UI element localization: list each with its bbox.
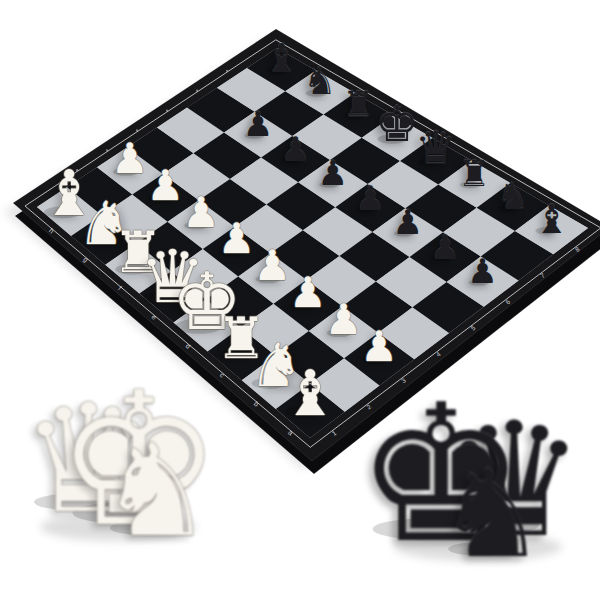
piece-black-rook-c8-shadow — [460, 182, 482, 189]
chess-set-photo: hgfedcba12345678 ♝♞♜♚♛♜♞♝♟♟♟♟♟♟♟♟♟♟♟♟♟♟♟… — [0, 0, 600, 600]
piece-white-pawn-c3-shadow — [291, 302, 316, 310]
piece-white-pawn-b3-shadow — [327, 329, 352, 337]
piece-white-pawn-a3-shadow — [362, 356, 387, 364]
piece-black-pawn-d6-shadow — [357, 206, 377, 212]
piece-black-queen-offboard-shadow — [457, 516, 539, 533]
piece-black-knight-offboard-shadow — [448, 542, 511, 555]
piece-white-pawn-d3-shadow — [255, 275, 280, 283]
chess-board: hgfedcba12345678 — [0, 0, 600, 600]
piece-white-pawn-g3-shadow — [149, 195, 174, 203]
piece-black-king-e8-shadow — [377, 134, 406, 143]
far-edge-mark — [76, 169, 78, 171]
piece-black-pawn-c6-shadow — [394, 230, 414, 236]
piece-white-king-offboard-shadow — [72, 503, 168, 523]
piece-white-rook-c1-shadow — [219, 349, 253, 360]
piece-black-pawn-g6-shadow — [245, 132, 265, 138]
piece-white-pawn-f3-shadow — [184, 222, 209, 230]
piece-white-bishop-a1-shadow — [285, 406, 323, 418]
piece-white-pawn-h3-shadow — [113, 168, 138, 176]
piece-black-rook-f8-shadow — [344, 113, 366, 120]
piece-black-knight-g8-shadow — [305, 90, 327, 97]
far-edge-mark — [106, 149, 108, 151]
piece-black-pawn-b6-shadow — [431, 255, 451, 261]
far-edge-mark — [196, 90, 198, 92]
piece-black-pawn-e6-shadow — [319, 181, 339, 187]
piece-white-pawn-e3-shadow — [220, 248, 245, 256]
piece-white-king-d1-shadow — [175, 319, 222, 334]
piece-black-pawn-a6-shadow — [469, 279, 489, 285]
piece-white-knight-g1-shadow — [80, 235, 116, 246]
piece-black-queen-d8-shadow — [417, 158, 445, 167]
piece-black-pawn-f6-shadow — [282, 157, 302, 163]
piece-white-rook-f1-shadow — [115, 264, 149, 275]
far-edge-mark — [226, 70, 228, 72]
piece-black-bishop-a8-shadow — [535, 227, 559, 235]
piece-black-bishop-h8-shadow — [265, 67, 289, 75]
far-edge-mark — [136, 129, 138, 131]
piece-white-knight-offboard-shadow — [110, 521, 177, 535]
far-edge-mark — [166, 110, 168, 112]
piece-black-king-offboard-shadow — [373, 519, 472, 540]
piece-white-bishop-h1-shadow — [44, 206, 82, 218]
piece-white-queen-e1-shadow — [143, 291, 187, 305]
piece-black-knight-b8-shadow — [498, 204, 520, 211]
piece-white-knight-b1-shadow — [252, 378, 288, 389]
